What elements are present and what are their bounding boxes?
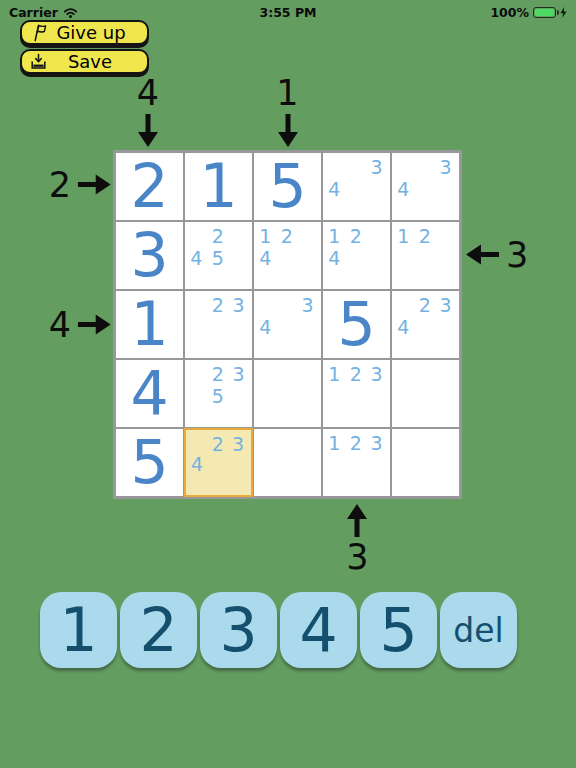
cell-r1c3[interactable]: 5: [253, 152, 322, 221]
cell-r3c1[interactable]: 1: [115, 290, 184, 359]
save-button[interactable]: Save: [20, 49, 149, 74]
pencil-mark: 4: [259, 317, 271, 336]
arrow-down-icon: [136, 114, 160, 147]
clue-number: 1: [276, 76, 298, 111]
cell-r2c4[interactable]: 124: [322, 221, 391, 290]
clue-left-3: 4: [49, 307, 111, 342]
cell-r1c5[interactable]: 34: [391, 152, 460, 221]
pencil-mark: 2: [212, 365, 224, 384]
pencil-mark: 2: [350, 434, 362, 453]
carrier-label: Carrier: [9, 5, 58, 20]
key-4[interactable]: 4: [280, 592, 357, 668]
cell-r2c1[interactable]: 3: [115, 221, 184, 290]
clue-bottom-4: 3: [345, 504, 369, 575]
pencil-mark: 2: [212, 296, 224, 315]
cell-r2c2[interactable]: 245: [184, 221, 253, 290]
cell-value: 2: [130, 155, 168, 215]
clue-number: 4: [49, 307, 71, 342]
clock: 3:55 PM: [259, 5, 316, 20]
pencil-mark: 2: [212, 434, 224, 453]
pencil-mark: 5: [212, 386, 224, 405]
pencil-mark: 2: [281, 227, 293, 246]
clue-number: 4: [137, 76, 159, 111]
pencil-mark: 3: [232, 434, 244, 453]
cell-value: 1: [199, 155, 237, 215]
keypad: 12345del: [40, 592, 517, 668]
pencil-mark: 1: [397, 227, 409, 246]
cell-r3c2[interactable]: 23: [184, 290, 253, 359]
save-icon: [30, 53, 47, 70]
cell-value: 1: [130, 293, 168, 353]
cell-r4c1[interactable]: 4: [115, 359, 184, 428]
battery-percent-label: 100%: [490, 5, 529, 20]
pencil-mark: 4: [397, 179, 409, 198]
pencil-mark: 1: [328, 434, 340, 453]
give-up-button[interactable]: Give up: [20, 20, 149, 45]
cell-r5c4[interactable]: 123: [322, 428, 391, 497]
clue-number: 3: [506, 237, 528, 272]
clue-right-2: 3: [466, 237, 528, 272]
key-2[interactable]: 2: [120, 592, 197, 668]
cell-r3c5[interactable]: 234: [391, 290, 460, 359]
pencil-mark: 3: [302, 296, 314, 315]
pencil-mark: 1: [328, 227, 340, 246]
wifi-icon: [63, 7, 78, 18]
key-del[interactable]: del: [440, 592, 517, 668]
pencil-mark: 4: [328, 248, 340, 267]
pencil-mark: 2: [350, 227, 362, 246]
cell-r1c1[interactable]: 2: [115, 152, 184, 221]
clue-top-3: 1: [276, 76, 300, 147]
cell-value: 5: [268, 155, 306, 215]
pencil-mark: 3: [371, 434, 383, 453]
cell-value: 5: [130, 431, 168, 491]
key-5[interactable]: 5: [360, 592, 437, 668]
pencil-mark: 3: [371, 365, 383, 384]
cell-r3c4[interactable]: 5: [322, 290, 391, 359]
key-1[interactable]: 1: [40, 592, 117, 668]
pencil-mark: 1: [259, 227, 271, 246]
cell-r2c3[interactable]: 124: [253, 221, 322, 290]
clue-number: 3: [346, 540, 368, 575]
arrow-up-icon: [345, 504, 369, 537]
cell-r4c3[interactable]: [253, 359, 322, 428]
cell-value: 5: [337, 293, 375, 353]
charging-bolt-icon: [560, 7, 567, 18]
pencil-mark: 2: [212, 227, 224, 246]
cell-r5c1[interactable]: 5: [115, 428, 184, 497]
cell-r2c5[interactable]: 12: [391, 221, 460, 290]
battery-fill: [535, 9, 554, 16]
cell-r1c4[interactable]: 34: [322, 152, 391, 221]
clue-left-1: 2: [49, 167, 111, 202]
battery-icon: [533, 7, 556, 18]
give-up-label: Give up: [49, 24, 133, 42]
clue-number: 2: [49, 167, 71, 202]
pencil-mark: 4: [328, 179, 340, 198]
pencil-mark: 3: [371, 158, 383, 177]
arrow-down-icon: [276, 114, 300, 147]
cell-r5c3[interactable]: [253, 428, 322, 497]
pencil-mark: 1: [328, 365, 340, 384]
pencil-mark: 3: [440, 296, 452, 315]
clue-top-1: 4: [136, 76, 160, 147]
cell-r5c2[interactable]: 234: [184, 428, 253, 497]
pencil-mark: 4: [259, 248, 271, 267]
pencil-mark: 3: [233, 365, 245, 384]
cell-r4c5[interactable]: [391, 359, 460, 428]
arrow-right-icon: [78, 173, 111, 197]
cell-r4c2[interactable]: 235: [184, 359, 253, 428]
pencil-mark: 3: [440, 158, 452, 177]
arrow-right-icon: [78, 313, 111, 337]
pencil-mark: 3: [233, 296, 245, 315]
cell-value: 3: [130, 224, 168, 284]
cell-r5c5[interactable]: [391, 428, 460, 497]
key-3[interactable]: 3: [200, 592, 277, 668]
pencil-mark: 4: [190, 248, 202, 267]
cell-value: 4: [130, 362, 168, 422]
pencil-mark: 5: [212, 248, 224, 267]
cell-r4c4[interactable]: 123: [322, 359, 391, 428]
cell-r3c3[interactable]: 34: [253, 290, 322, 359]
pencil-mark: 4: [191, 455, 203, 474]
pencil-mark: 4: [397, 317, 409, 336]
pencil-mark: 2: [419, 296, 431, 315]
pencil-mark: 2: [350, 365, 362, 384]
board: 2153434324512412412123345234423512352341…: [113, 150, 462, 499]
arrow-left-icon: [466, 243, 499, 267]
cell-r1c2[interactable]: 1: [184, 152, 253, 221]
save-label: Save: [47, 53, 133, 71]
pencil-mark: 2: [419, 227, 431, 246]
flag-icon: [30, 23, 49, 42]
